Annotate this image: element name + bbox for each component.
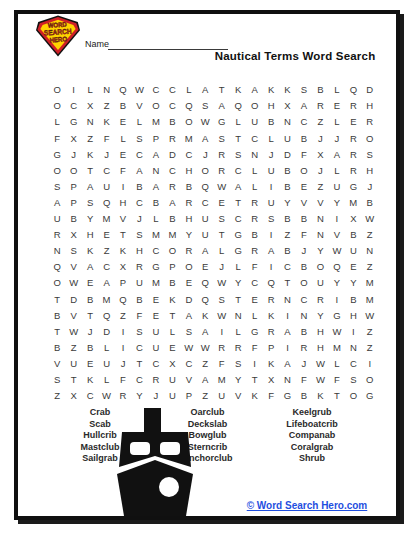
grid-cell: A <box>197 243 213 259</box>
grid-cell: L <box>246 307 262 323</box>
grid-cell: F <box>296 146 312 162</box>
grid-cell: Y <box>82 211 98 227</box>
grid-cell: X <box>65 388 81 404</box>
word-item: Shrub <box>262 453 362 465</box>
grid-cell: T <box>230 195 246 211</box>
grid-cell: Z <box>98 98 114 114</box>
grid-cell: R <box>246 211 262 227</box>
grid-cell: E <box>148 291 164 307</box>
grid-cell: H <box>181 211 197 227</box>
grid-cell: B <box>131 291 147 307</box>
grid-cell: E <box>98 227 114 243</box>
grid-cell: V <box>65 307 81 323</box>
grid-cell: C <box>230 211 246 227</box>
grid-cell: P <box>65 179 81 195</box>
grid-cell: P <box>164 259 180 275</box>
grid-cell: Z <box>312 114 328 130</box>
grid-cell: F <box>296 372 312 388</box>
grid-cell: V <box>49 356 65 372</box>
grid-cell: N <box>49 243 65 259</box>
grid-cell: Q <box>197 291 213 307</box>
grid-cell: M <box>98 291 114 307</box>
grid-cell: M <box>148 227 164 243</box>
grid-cell: R <box>263 324 279 340</box>
grid-cell: U <box>345 243 361 259</box>
grid-cell: S <box>181 324 197 340</box>
grid-cell: A <box>49 195 65 211</box>
grid-cell: E <box>115 146 131 162</box>
grid-cell: Y <box>181 227 197 243</box>
grid-cell: I <box>214 324 230 340</box>
grid-cell: T <box>279 275 295 291</box>
grid-cell: F <box>263 388 279 404</box>
grid-cell: E <box>197 259 213 275</box>
grid-cell: U <box>329 179 345 195</box>
grid-cell: Q <box>98 195 114 211</box>
grid-cell: Q <box>98 307 114 323</box>
grid-cell: T <box>115 227 131 243</box>
grid-cell: G <box>230 227 246 243</box>
grid-cell: U <box>49 211 65 227</box>
grid-cell: B <box>296 388 312 404</box>
grid-cell: K <box>164 291 180 307</box>
grid-cell: Q <box>181 98 197 114</box>
grid-cell: U <box>279 130 295 146</box>
grid-cell: R <box>164 130 180 146</box>
grid-cell: Z <box>197 356 213 372</box>
grid-cell: V <box>312 195 328 211</box>
grid-cell: D <box>164 146 180 162</box>
grid-cell: M <box>345 195 361 211</box>
grid-cell: E <box>82 275 98 291</box>
grid-cell: N <box>312 227 328 243</box>
grid-cell: S <box>214 211 230 227</box>
grid-cell: R <box>312 98 328 114</box>
grid-cell: K <box>312 388 328 404</box>
grid-cell: U <box>98 179 114 195</box>
grid-cell: C <box>181 356 197 372</box>
grid-cell: Q <box>49 259 65 275</box>
grid-cell: U <box>131 275 147 291</box>
grid-cell: W <box>362 307 378 323</box>
grid-cell: N <box>312 211 328 227</box>
grid-cell: S <box>214 291 230 307</box>
grid-cell: Q <box>115 82 131 98</box>
grid-cell: G <box>65 114 81 130</box>
grid-cell: B <box>296 130 312 146</box>
grid-cell: H <box>263 98 279 114</box>
grid-cell: E <box>246 291 262 307</box>
grid-cell: D <box>181 291 197 307</box>
grid-cell: U <box>164 372 180 388</box>
grid-cell: Q <box>115 291 131 307</box>
grid-cell: C <box>148 82 164 98</box>
grid-cell: W <box>329 324 345 340</box>
grid-cell: V <box>329 227 345 243</box>
grid-cell: S <box>131 130 147 146</box>
grid-cell: L <box>230 259 246 275</box>
grid-cell: F <box>49 130 65 146</box>
grid-cell: D <box>362 82 378 98</box>
grid-cell: N <box>296 307 312 323</box>
grid-cell: W <box>329 243 345 259</box>
grid-cell: Y <box>312 243 328 259</box>
grid-cell: U <box>246 114 262 130</box>
grid-cell: Q <box>263 275 279 291</box>
grid-cell: N <box>148 163 164 179</box>
grid-cell: U <box>98 356 114 372</box>
grid-cell: L <box>181 82 197 98</box>
grid-cell: I <box>115 324 131 340</box>
grid-cell: F <box>246 340 262 356</box>
grid-cell: L <box>98 372 114 388</box>
grid-cell: R <box>345 146 361 162</box>
grid-cell: B <box>362 195 378 211</box>
grid-cell: C <box>131 146 147 162</box>
grid-cell: A <box>296 98 312 114</box>
grid-cell: N <box>279 372 295 388</box>
grid-cell: A <box>82 259 98 275</box>
grid-cell: P <box>181 388 197 404</box>
grid-cell: A <box>279 356 295 372</box>
name-blank-line <box>108 40 228 50</box>
grid-cell: I <box>246 356 262 372</box>
grid-cell: Z <box>362 259 378 275</box>
grid-cell: H <box>362 98 378 114</box>
grid-cell: T <box>164 307 180 323</box>
grid-cell: L <box>230 324 246 340</box>
grid-cell: Z <box>197 388 213 404</box>
grid-cell: M <box>181 130 197 146</box>
grid-cell: H <box>115 195 131 211</box>
grid-cell: T <box>82 307 98 323</box>
grid-cell: C <box>131 372 147 388</box>
grid-cell: S <box>49 372 65 388</box>
grid-cell: X <box>82 98 98 114</box>
grid-cell: A <box>230 179 246 195</box>
svg-text:HERO: HERO <box>49 35 67 43</box>
grid-cell: G <box>329 307 345 323</box>
grid-cell: B <box>345 227 361 243</box>
grid-cell: J <box>312 163 328 179</box>
grid-cell: L <box>148 211 164 227</box>
grid-cell: S <box>296 82 312 98</box>
grid-cell: M <box>98 211 114 227</box>
grid-cell: B <box>49 307 65 323</box>
grid-cell: S <box>362 146 378 162</box>
grid-cell: T <box>49 324 65 340</box>
grid-cell: J <box>148 388 164 404</box>
grid-cell: E <box>164 340 180 356</box>
grid-cell: X <box>312 146 328 162</box>
grid-cell: I <box>279 340 295 356</box>
grid-cell: Z <box>82 130 98 146</box>
grid-cell: C <box>82 388 98 404</box>
grid-cell: J <box>197 146 213 162</box>
grid-cell: V <box>131 98 147 114</box>
grid-cell: B <box>148 195 164 211</box>
word-item: Coralgrab <box>262 442 362 454</box>
grid-cell: R <box>49 227 65 243</box>
grid-cell: K <box>82 243 98 259</box>
letter-grid: OILNQWCCLATKAKKSBLQDOCXZBVOCQSAQOHXARERH… <box>49 82 378 404</box>
grid-cell: B <box>65 211 81 227</box>
grid-cell: Y <box>312 307 328 323</box>
grid-cell: B <box>164 211 180 227</box>
grid-cell: R <box>115 388 131 404</box>
grid-cell: C <box>164 82 180 98</box>
grid-cell: C <box>131 340 147 356</box>
grid-cell: W <box>131 82 147 98</box>
grid-cell: Q <box>230 98 246 114</box>
grid-cell: H <box>312 324 328 340</box>
grid-cell: R <box>246 195 262 211</box>
grid-cell: I <box>263 179 279 195</box>
word-column-3: KeelgrubLifeboatcribCompanabCoralgrabShr… <box>262 407 362 465</box>
grid-cell: T <box>230 130 246 146</box>
grid-cell: J <box>296 243 312 259</box>
grid-cell: U <box>312 275 328 291</box>
grid-cell: S <box>131 227 147 243</box>
grid-cell: K <box>82 372 98 388</box>
grid-cell: T <box>246 372 262 388</box>
word-item: Keelgrub <box>262 407 362 419</box>
grid-cell: U <box>197 211 213 227</box>
grid-cell: Y <box>329 195 345 211</box>
grid-cell: O <box>246 98 262 114</box>
grid-cell: N <box>279 114 295 130</box>
grid-cell: L <box>82 82 98 98</box>
grid-cell: Z <box>279 227 295 243</box>
grid-cell: M <box>214 372 230 388</box>
grid-cell: O <box>65 163 81 179</box>
grid-cell: A <box>246 82 262 98</box>
grid-cell: J <box>263 146 279 162</box>
grid-cell: R <box>263 291 279 307</box>
grid-cell: K <box>197 307 213 323</box>
grid-cell: M <box>329 340 345 356</box>
grid-cell: H <box>312 340 328 356</box>
grid-cell: X <box>279 98 295 114</box>
grid-cell: R <box>296 340 312 356</box>
grid-cell: H <box>181 163 197 179</box>
grid-cell: H <box>345 307 361 323</box>
grid-cell: T <box>82 163 98 179</box>
grid-cell: B <box>296 324 312 340</box>
word-item: Companab <box>262 430 362 442</box>
grid-cell: B <box>312 82 328 98</box>
grid-cell: O <box>296 163 312 179</box>
grid-cell: K <box>263 82 279 98</box>
grid-cell: F <box>329 372 345 388</box>
grid-cell: O <box>49 275 65 291</box>
grid-cell: I <box>115 340 131 356</box>
grid-cell: R <box>214 146 230 162</box>
grid-cell: C <box>279 259 295 275</box>
grid-cell: I <box>263 227 279 243</box>
grid-cell: J <box>115 356 131 372</box>
grid-cell: Y <box>230 275 246 291</box>
grid-cell: K <box>82 146 98 162</box>
grid-cell: N <box>279 291 295 307</box>
puzzle-title: Nautical Terms Word Search <box>200 50 390 62</box>
grid-cell: R <box>181 195 197 211</box>
grid-cell: U <box>214 388 230 404</box>
grid-cell: Q <box>345 82 361 98</box>
grid-cell: C <box>246 130 262 146</box>
grid-cell: I <box>329 211 345 227</box>
grid-cell: P <box>65 195 81 211</box>
grid-cell: H <box>82 227 98 243</box>
grid-cell: C <box>181 146 197 162</box>
grid-cell: L <box>329 163 345 179</box>
grid-cell: U <box>65 356 81 372</box>
grid-cell: J <box>65 146 81 162</box>
grid-cell: B <box>246 227 262 243</box>
grid-cell: Q <box>197 179 213 195</box>
word-search-hero-link[interactable]: © Word Search Hero.com <box>242 500 372 511</box>
grid-cell: J <box>296 356 312 372</box>
grid-cell: B <box>279 163 295 179</box>
grid-cell: K <box>279 82 295 98</box>
grid-cell: R <box>312 291 328 307</box>
grid-cell: C <box>246 275 262 291</box>
grid-cell: E <box>345 259 361 275</box>
grid-cell: K <box>263 356 279 372</box>
grid-cell: L <box>329 356 345 372</box>
grid-cell: J <box>82 324 98 340</box>
grid-cell: A <box>197 324 213 340</box>
ship-icon <box>117 408 193 516</box>
grid-cell: O <box>181 259 197 275</box>
grid-cell: J <box>329 130 345 146</box>
grid-cell: L <box>329 114 345 130</box>
grid-cell: N <box>98 82 114 98</box>
grid-cell: B <box>164 114 180 130</box>
grid-cell: I <box>65 82 81 98</box>
grid-cell: R <box>181 243 197 259</box>
grid-cell: Y <box>329 275 345 291</box>
grid-cell: K <box>230 82 246 98</box>
grid-cell: G <box>362 388 378 404</box>
grid-cell: E <box>148 307 164 323</box>
grid-cell: K <box>115 243 131 259</box>
grid-cell: W <box>197 114 213 130</box>
grid-cell: C <box>131 195 147 211</box>
grid-cell: Y <box>230 372 246 388</box>
grid-cell: A <box>148 179 164 195</box>
grid-cell: D <box>98 324 114 340</box>
grid-cell: S <box>131 324 147 340</box>
grid-cell: A <box>197 82 213 98</box>
grid-cell: T <box>214 227 230 243</box>
grid-cell: M <box>164 227 180 243</box>
grid-cell: O <box>312 259 328 275</box>
grid-cell: A <box>98 275 114 291</box>
word-item: Lifeboatcrib <box>262 419 362 431</box>
grid-cell: L <box>246 163 262 179</box>
grid-cell: O <box>197 163 213 179</box>
grid-cell: X <box>263 372 279 388</box>
grid-cell: D <box>279 146 295 162</box>
grid-cell: C <box>230 163 246 179</box>
grid-cell: P <box>115 275 131 291</box>
grid-cell: W <box>312 372 328 388</box>
grid-cell: L <box>164 324 180 340</box>
grid-cell: O <box>148 98 164 114</box>
grid-cell: C <box>296 291 312 307</box>
grid-cell: E <box>82 356 98 372</box>
name-label: Name <box>85 39 109 49</box>
grid-cell: U <box>263 195 279 211</box>
grid-cell: N <box>82 114 98 130</box>
grid-cell: Z <box>362 324 378 340</box>
grid-cell: T <box>230 291 246 307</box>
grid-cell: X <box>164 356 180 372</box>
grid-cell: F <box>115 163 131 179</box>
grid-cell: A <box>197 130 213 146</box>
grid-cell: W <box>312 356 328 372</box>
grid-cell: U <box>263 163 279 179</box>
grid-cell: J <box>312 130 328 146</box>
grid-cell: R <box>230 340 246 356</box>
grid-cell: B <box>296 259 312 275</box>
grid-cell: V <box>65 259 81 275</box>
grid-cell: S <box>197 98 213 114</box>
grid-cell: S <box>82 195 98 211</box>
grid-cell: J <box>362 179 378 195</box>
grid-cell: L <box>98 340 114 356</box>
grid-cell: L <box>246 179 262 195</box>
grid-cell: X <box>115 259 131 275</box>
grid-cell: V <box>181 372 197 388</box>
grid-cell: R <box>148 372 164 388</box>
grid-cell: M <box>148 275 164 291</box>
grid-cell: B <box>49 340 65 356</box>
grid-cell: L <box>49 114 65 130</box>
grid-cell: V <box>296 195 312 211</box>
grid-cell: L <box>115 130 131 146</box>
grid-cell: R <box>164 179 180 195</box>
grid-cell: O <box>49 98 65 114</box>
grid-cell: F <box>98 130 114 146</box>
grid-cell: B <box>263 114 279 130</box>
grid-cell: Y <box>345 275 361 291</box>
grid-cell: F <box>214 356 230 372</box>
grid-cell: T <box>49 291 65 307</box>
grid-cell: Q <box>197 275 213 291</box>
grid-cell: J <box>214 259 230 275</box>
grid-cell: L <box>329 82 345 98</box>
grid-cell: W <box>214 179 230 195</box>
grid-cell: X <box>65 227 81 243</box>
grid-cell: U <box>148 340 164 356</box>
grid-cell: A <box>329 146 345 162</box>
grid-cell: Z <box>65 340 81 356</box>
grid-cell: S <box>230 356 246 372</box>
grid-cell: E <box>214 195 230 211</box>
grid-cell: Z <box>115 307 131 323</box>
grid-cell: O <box>164 243 180 259</box>
grid-cell: O <box>362 130 378 146</box>
grid-cell: L <box>263 130 279 146</box>
grid-cell: V <box>230 388 246 404</box>
grid-cell: S <box>65 243 81 259</box>
grid-cell: I <box>115 179 131 195</box>
grid-cell: G <box>230 243 246 259</box>
grid-cell: B <box>345 291 361 307</box>
grid-cell: A <box>164 195 180 211</box>
